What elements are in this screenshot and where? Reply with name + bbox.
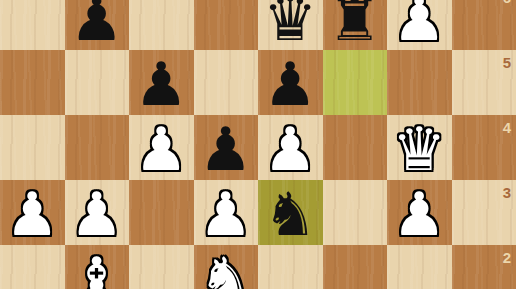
square-b3[interactable]: ♟: [65, 180, 130, 245]
square-f6[interactable]: ♜: [323, 0, 388, 50]
square-e4[interactable]: ♟: [258, 115, 323, 180]
square-f3[interactable]: [323, 180, 388, 245]
square-a2[interactable]: [0, 245, 65, 289]
square-h3[interactable]: 3: [452, 180, 516, 245]
square-f4[interactable]: [323, 115, 388, 180]
black-pawn[interactable]: ♟: [263, 54, 317, 114]
square-g4[interactable]: ♛: [387, 115, 452, 180]
white-pawn[interactable]: ♟: [134, 119, 188, 179]
black-pawn[interactable]: ♟: [70, 0, 124, 49]
white-pawn[interactable]: ♟: [70, 184, 124, 244]
white-queen[interactable]: ♛: [392, 119, 446, 179]
square-c4[interactable]: ♟: [129, 115, 194, 180]
square-d3[interactable]: ♟: [194, 180, 259, 245]
chess-board: ♟♛♜♟6♟♟5♟♟♟♛4♟♟♟♞♟3♝♞2: [0, 0, 516, 289]
white-pawn[interactable]: ♟: [263, 119, 317, 179]
square-a4[interactable]: [0, 115, 65, 180]
square-f2[interactable]: [323, 245, 388, 289]
square-a6[interactable]: [0, 0, 65, 50]
white-bishop[interactable]: ♝: [70, 249, 124, 289]
square-g2[interactable]: [387, 245, 452, 289]
square-e3[interactable]: ♞: [258, 180, 323, 245]
square-g5[interactable]: [387, 50, 452, 115]
square-e5[interactable]: ♟: [258, 50, 323, 115]
white-pawn[interactable]: ♟: [199, 184, 253, 244]
square-d6[interactable]: [194, 0, 259, 50]
black-pawn[interactable]: ♟: [199, 119, 253, 179]
white-knight[interactable]: ♞: [199, 249, 253, 289]
square-g6[interactable]: ♟: [387, 0, 452, 50]
rank-label-5: 5: [503, 55, 511, 70]
square-e6[interactable]: ♛: [258, 0, 323, 50]
square-h4[interactable]: 4: [452, 115, 516, 180]
square-h2[interactable]: 2: [452, 245, 516, 289]
rank-label-4: 4: [503, 120, 511, 135]
square-d2[interactable]: ♞: [194, 245, 259, 289]
white-pawn[interactable]: ♟: [392, 184, 446, 244]
black-rook[interactable]: ♜: [328, 0, 382, 49]
square-a3[interactable]: ♟: [0, 180, 65, 245]
white-pawn[interactable]: ♟: [392, 0, 446, 49]
black-queen[interactable]: ♛: [263, 0, 317, 49]
chess-board-viewport: ♟♛♜♟6♟♟5♟♟♟♛4♟♟♟♞♟3♝♞2: [0, 0, 516, 289]
square-c5[interactable]: ♟: [129, 50, 194, 115]
square-f5[interactable]: [323, 50, 388, 115]
square-c6[interactable]: [129, 0, 194, 50]
square-c2[interactable]: [129, 245, 194, 289]
square-h6[interactable]: 6: [452, 0, 516, 50]
square-g3[interactable]: ♟: [387, 180, 452, 245]
square-b2[interactable]: ♝: [65, 245, 130, 289]
square-h5[interactable]: 5: [452, 50, 516, 115]
square-a5[interactable]: [0, 50, 65, 115]
black-knight[interactable]: ♞: [263, 184, 317, 244]
rank-label-2: 2: [503, 250, 511, 265]
square-d4[interactable]: ♟: [194, 115, 259, 180]
square-c3[interactable]: [129, 180, 194, 245]
square-d5[interactable]: [194, 50, 259, 115]
square-e2[interactable]: [258, 245, 323, 289]
square-b4[interactable]: [65, 115, 130, 180]
square-b6[interactable]: ♟: [65, 0, 130, 50]
rank-label-3: 3: [503, 185, 511, 200]
white-pawn[interactable]: ♟: [5, 184, 59, 244]
black-pawn[interactable]: ♟: [134, 54, 188, 114]
square-b5[interactable]: [65, 50, 130, 115]
rank-label-6: 6: [503, 0, 511, 5]
